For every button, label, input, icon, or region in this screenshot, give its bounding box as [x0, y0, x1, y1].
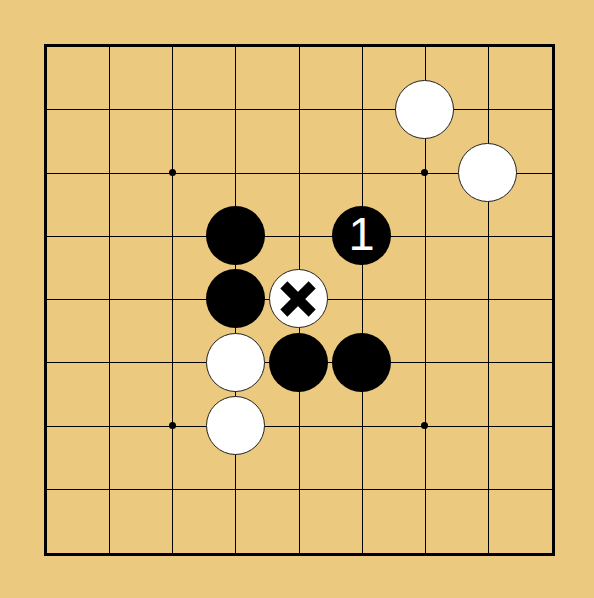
stone-black-numbered[interactable]: 1 — [332, 206, 391, 265]
move-number-label: 1 — [348, 210, 374, 257]
stone-black[interactable] — [332, 333, 391, 392]
stone-white[interactable] — [206, 396, 265, 455]
star-point — [421, 169, 428, 176]
stone-white[interactable] — [395, 80, 454, 139]
star-point — [421, 422, 428, 429]
stone-black[interactable] — [206, 269, 265, 328]
star-point — [169, 169, 176, 176]
star-point — [169, 422, 176, 429]
board-points-layer: 1 — [14, 14, 582, 584]
stone-white[interactable] — [206, 333, 265, 392]
stone-white[interactable] — [458, 143, 517, 202]
x-mark — [278, 279, 318, 319]
stone-black[interactable] — [206, 206, 265, 265]
stone-white-marked[interactable] — [269, 269, 328, 328]
go-board-diagram: 1 — [0, 0, 594, 598]
stone-black[interactable] — [269, 333, 328, 392]
